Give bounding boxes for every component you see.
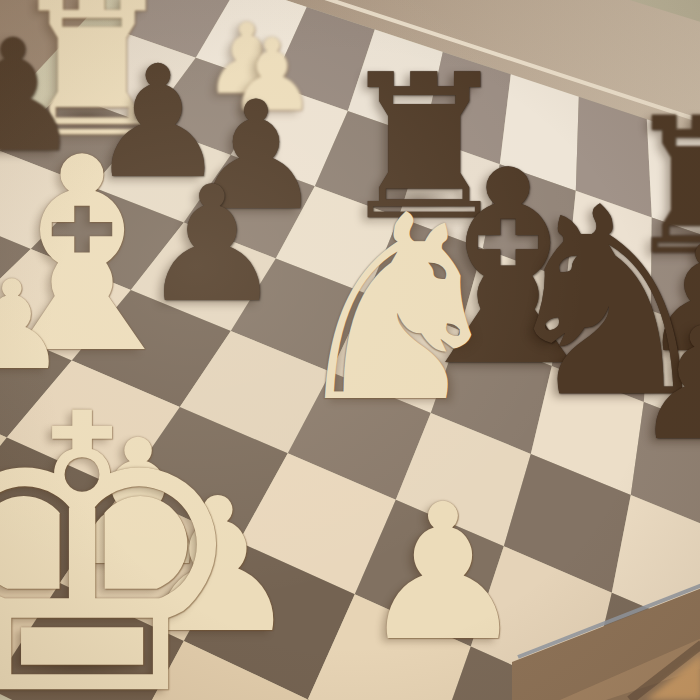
chessboard-photo: ♟♟♜♟♟♟♜♜♟♝♟♝♟♞♞♟♟♟♟♚ [0, 0, 700, 700]
piece-white-knight-d5[interactable]: ♞ [283, 181, 513, 437]
piece-white-king-e2[interactable]: ♚ [0, 365, 254, 700]
piece-black-pawn-a6[interactable]: ♟ [633, 307, 700, 462]
pieces-layer: ♟♟♜♟♟♟♜♜♟♝♟♝♟♞♞♟♟♟♟♚ [0, 0, 700, 700]
piece-white-pawn-c3[interactable]: ♟ [359, 479, 528, 667]
